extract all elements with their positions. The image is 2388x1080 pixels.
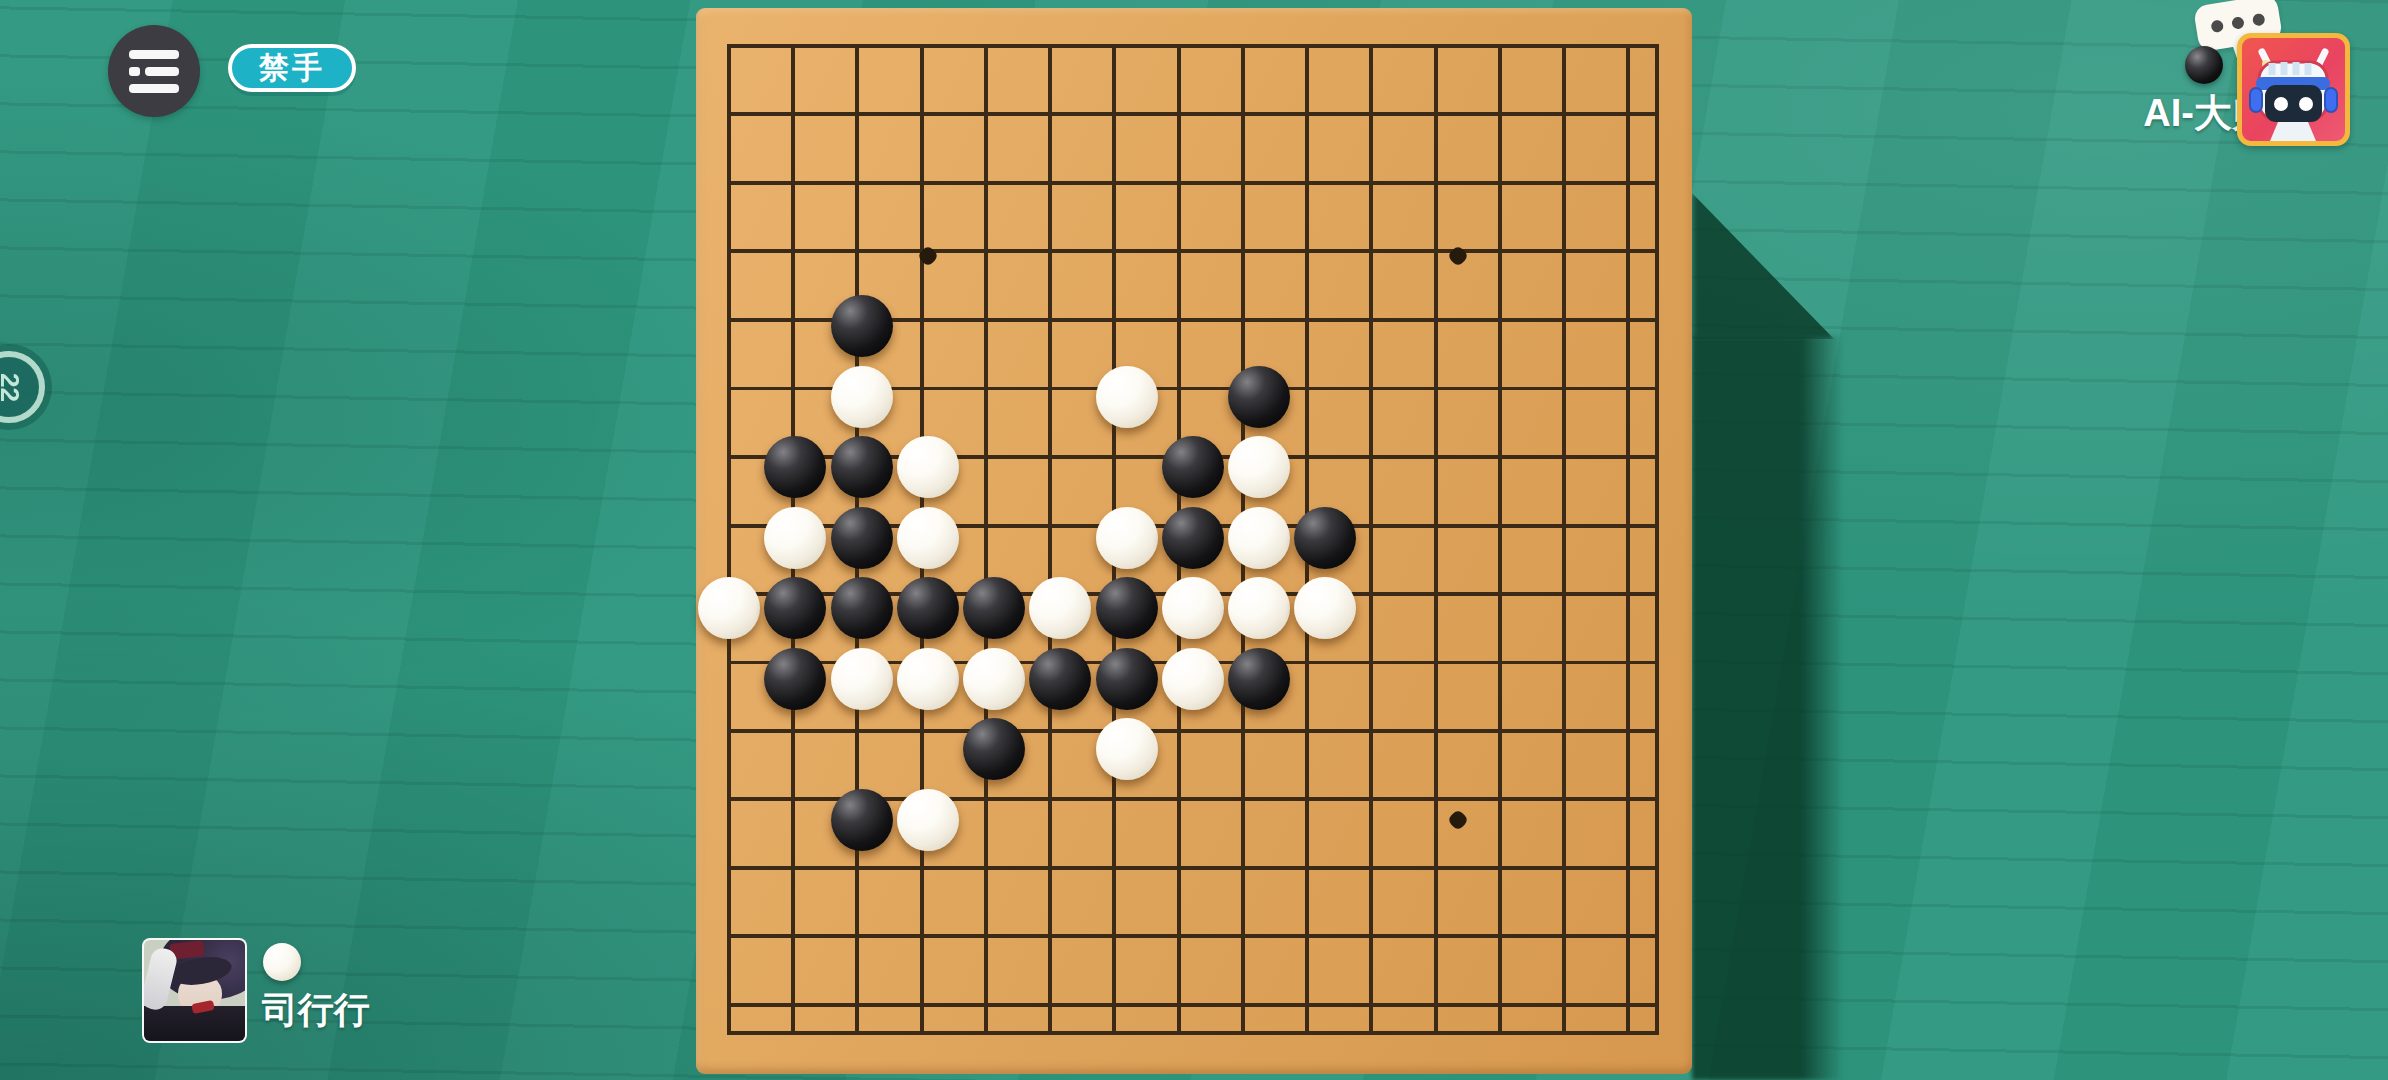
stone-black xyxy=(831,577,893,639)
stone-black xyxy=(764,577,826,639)
stone-black xyxy=(897,577,959,639)
menu-button[interactable] xyxy=(108,25,200,117)
opponent-stone-color-black xyxy=(2185,46,2223,84)
gomoku-board[interactable] xyxy=(696,8,1692,1074)
stone-black xyxy=(963,577,1025,639)
stone-black xyxy=(1029,648,1091,710)
stone-white xyxy=(963,648,1025,710)
typing-dot-icon xyxy=(2252,13,2266,27)
opponent-avatar[interactable] xyxy=(2237,33,2350,146)
typing-dot-icon xyxy=(2210,19,2224,33)
stone-black xyxy=(831,436,893,498)
stone-white xyxy=(1029,577,1091,639)
forbidden-move-label: 禁手 xyxy=(259,48,325,89)
robot-icon xyxy=(2242,38,2345,141)
stone-white xyxy=(698,577,760,639)
player-stone-color-white xyxy=(263,943,301,981)
hamburger-icon xyxy=(129,50,179,59)
game-screen: { "game": "gomoku", "ui": { "rule_badge"… xyxy=(0,0,2388,1080)
stone-black xyxy=(831,789,893,851)
stone-white xyxy=(1096,366,1158,428)
stone-white xyxy=(1228,577,1290,639)
stone-white xyxy=(1096,718,1158,780)
stone-white xyxy=(1096,507,1158,569)
stone-black xyxy=(1096,648,1158,710)
stone-white xyxy=(1294,577,1356,639)
timer-value: 22 xyxy=(0,373,24,402)
stone-white xyxy=(897,648,959,710)
stone-black xyxy=(1162,507,1224,569)
stone-white xyxy=(764,507,826,569)
player-name: 司行行 xyxy=(262,986,370,1035)
stone-white xyxy=(831,366,893,428)
stone-white xyxy=(831,648,893,710)
stone-black xyxy=(764,648,826,710)
stone-black xyxy=(764,436,826,498)
stone-white xyxy=(1228,507,1290,569)
hamburger-icon xyxy=(129,67,179,76)
player-avatar[interactable] xyxy=(142,938,247,1043)
stone-white xyxy=(1228,436,1290,498)
stone-black xyxy=(1294,507,1356,569)
board-shadow xyxy=(1692,336,1844,1080)
stone-black xyxy=(1228,648,1290,710)
stone-black xyxy=(1228,366,1290,428)
stone-black xyxy=(1096,577,1158,639)
stone-black xyxy=(963,718,1025,780)
stone-black xyxy=(831,295,893,357)
stone-black xyxy=(1162,436,1224,498)
stone-white xyxy=(1162,577,1224,639)
stone-white xyxy=(897,436,959,498)
stone-black xyxy=(831,507,893,569)
forbidden-move-badge[interactable]: 禁手 xyxy=(228,44,356,92)
stone-white xyxy=(1162,648,1224,710)
typing-dot-icon xyxy=(2231,16,2245,30)
hamburger-icon xyxy=(129,84,179,93)
stone-white xyxy=(897,789,959,851)
stone-white xyxy=(897,507,959,569)
